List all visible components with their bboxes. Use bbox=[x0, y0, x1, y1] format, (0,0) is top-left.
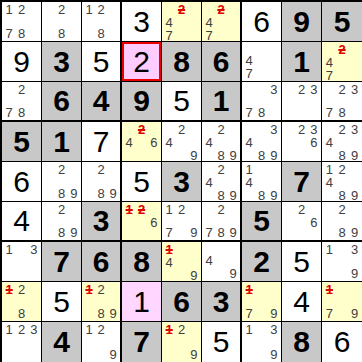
cell-r4c9[interactable]: 23489 bbox=[322, 122, 362, 162]
cell-r1c7[interactable]: 6 bbox=[242, 2, 282, 42]
candidate: 2 bbox=[95, 3, 107, 16]
pencil-marks: 129 bbox=[163, 323, 200, 361]
pencil-marks: 13 bbox=[3, 243, 40, 280]
candidate: 2 bbox=[55, 163, 67, 176]
candidate: 8 bbox=[336, 106, 349, 119]
cell-r4c7[interactable]: 3489 bbox=[242, 122, 282, 162]
solved-digit: 5 bbox=[173, 86, 190, 116]
candidate: 9 bbox=[348, 149, 361, 162]
cell-r8c6[interactable]: 3 bbox=[202, 282, 242, 322]
pencil-marks: 289 bbox=[43, 163, 80, 200]
cell-r8c5[interactable]: 6 bbox=[162, 282, 202, 322]
cell-r6c3[interactable]: 3 bbox=[82, 202, 122, 242]
pencil-marks: 49 bbox=[203, 243, 239, 280]
cell-r4c4[interactable]: 246 bbox=[122, 122, 162, 162]
cell-r5c8[interactable]: 7 bbox=[282, 162, 322, 202]
candidate: 3 bbox=[268, 83, 280, 96]
candidate: 9 bbox=[348, 267, 361, 280]
pencil-marks: 2489 bbox=[203, 123, 239, 160]
cell-r5c4[interactable]: 5 bbox=[122, 162, 162, 202]
candidate: 7 bbox=[163, 226, 175, 239]
cell-r1c9[interactable]: 5 bbox=[322, 2, 362, 42]
candidate: 4 bbox=[203, 136, 215, 149]
candidate: 9 bbox=[348, 226, 361, 239]
pencil-marks: 179 bbox=[243, 283, 280, 320]
solved-digit: 5 bbox=[53, 287, 70, 317]
cell-r7c2[interactable]: 7 bbox=[42, 242, 82, 282]
candidate: 4 bbox=[243, 136, 255, 149]
cell-r7c6[interactable]: 49 bbox=[202, 242, 242, 282]
cell-r5c9[interactable]: 12489 bbox=[322, 162, 362, 202]
candidate: 2 bbox=[55, 3, 67, 16]
candidate: 1 bbox=[3, 323, 15, 336]
candidate: 7 bbox=[203, 29, 215, 42]
cell-r7c3[interactable]: 6 bbox=[82, 242, 122, 282]
cell-r5c7[interactable]: 1489 bbox=[242, 162, 282, 202]
cell-r7c1[interactable]: 13 bbox=[2, 242, 42, 282]
given-digit: 5 bbox=[334, 7, 351, 37]
eliminated-candidate: 1 bbox=[323, 283, 336, 296]
pencil-marks: 236 bbox=[283, 123, 320, 160]
pencil-marks: 123 bbox=[3, 323, 40, 361]
cell-r2c2[interactable]: 3 bbox=[42, 42, 82, 82]
cell-r3c4[interactable]: 9 bbox=[122, 82, 162, 122]
cell-r1c4[interactable]: 3 bbox=[122, 2, 162, 42]
candidate: 4 bbox=[163, 256, 175, 269]
given-digit: 2 bbox=[253, 247, 270, 277]
candidate: 2 bbox=[15, 83, 27, 96]
given-digit: 3 bbox=[93, 206, 110, 236]
pencil-marks: 249 bbox=[163, 123, 200, 160]
cell-r8c8[interactable]: 4 bbox=[282, 282, 322, 322]
pencil-marks: 128 bbox=[3, 283, 40, 320]
eliminated-candidate: 1 bbox=[163, 323, 175, 336]
candidate: 2 bbox=[15, 323, 27, 336]
solved-digit: 6 bbox=[13, 167, 30, 197]
cell-r2c9[interactable]: 247 bbox=[322, 42, 362, 82]
candidate: 2 bbox=[295, 203, 307, 216]
cell-r4c5[interactable]: 249 bbox=[162, 122, 202, 162]
cell-r3c9[interactable]: 2378 bbox=[322, 82, 362, 122]
candidate: 4 bbox=[123, 136, 135, 149]
eliminated-candidate: 2 bbox=[336, 43, 349, 56]
given-digit: 7 bbox=[293, 167, 310, 197]
cell-r4c1[interactable]: 5 bbox=[2, 122, 42, 162]
solved-digit: 6 bbox=[253, 7, 270, 37]
candidate: 9 bbox=[188, 348, 200, 361]
cell-r9c8[interactable]: 8 bbox=[282, 322, 322, 362]
given-digit: 8 bbox=[293, 327, 310, 357]
cell-r8c7[interactable]: 179 bbox=[242, 282, 282, 322]
candidate: 2 bbox=[295, 123, 307, 136]
candidate: 1 bbox=[243, 323, 255, 336]
candidate: 1 bbox=[83, 3, 95, 16]
candidate: 7 bbox=[243, 307, 255, 320]
pencil-marks: 149 bbox=[163, 243, 200, 280]
given-digit: 6 bbox=[213, 47, 230, 77]
cell-r6c2[interactable]: 289 bbox=[42, 202, 82, 242]
cell-r4c6[interactable]: 2489 bbox=[202, 122, 242, 162]
candidate: 8 bbox=[95, 307, 107, 320]
cell-r1c1[interactable]: 1278 bbox=[2, 2, 42, 42]
solved-digit: 6 bbox=[334, 327, 351, 357]
given-digit: 4 bbox=[93, 86, 110, 116]
candidate: 9 bbox=[268, 149, 280, 162]
candidate: 7 bbox=[163, 29, 175, 42]
cell-r6c4[interactable]: 126 bbox=[122, 202, 162, 242]
candidate: 7 bbox=[243, 106, 255, 119]
cell-r9c9[interactable]: 6 bbox=[322, 322, 362, 362]
candidate: 4 bbox=[243, 176, 255, 189]
pencil-marks: 139 bbox=[243, 323, 280, 361]
cell-r5c3[interactable]: 289 bbox=[82, 162, 122, 202]
cell-r3c6[interactable]: 1 bbox=[202, 82, 242, 122]
candidate: 2 bbox=[336, 203, 349, 216]
cell-r8c2[interactable]: 5 bbox=[42, 282, 82, 322]
cell-r3c3[interactable]: 4 bbox=[82, 82, 122, 122]
candidate: 4 bbox=[203, 254, 215, 267]
candidate: 8 bbox=[255, 149, 267, 162]
candidate: 8 bbox=[55, 187, 67, 200]
candidate: 2 bbox=[336, 83, 349, 96]
candidate: 2 bbox=[215, 203, 227, 216]
candidate: 8 bbox=[15, 307, 27, 320]
candidate: 2 bbox=[215, 163, 227, 176]
cell-r2c8[interactable]: 1 bbox=[282, 42, 322, 82]
candidate: 1 bbox=[163, 203, 175, 216]
given-digit: 3 bbox=[173, 167, 190, 197]
solved-digit: 1 bbox=[133, 287, 150, 317]
cell-r7c9[interactable]: 139 bbox=[322, 242, 362, 282]
solved-digit: 5 bbox=[133, 167, 150, 197]
candidate: 9 bbox=[268, 348, 280, 361]
solved-digit: 5 bbox=[293, 247, 310, 277]
given-digit: 5 bbox=[13, 127, 30, 157]
eliminated-candidate: 1 bbox=[243, 283, 255, 296]
cell-r2c5[interactable]: 8 bbox=[162, 42, 202, 82]
cell-r8c9[interactable]: 179 bbox=[322, 282, 362, 322]
candidate: 6 bbox=[148, 216, 160, 229]
pencil-marks: 247 bbox=[163, 3, 200, 40]
candidate: 8 bbox=[95, 187, 107, 200]
cell-r8c1[interactable]: 128 bbox=[2, 282, 42, 322]
pencil-marks: 378 bbox=[243, 83, 280, 119]
given-digit: 6 bbox=[173, 287, 190, 317]
candidate: 2 bbox=[175, 123, 187, 136]
candidate: 2 bbox=[295, 83, 307, 96]
pencil-marks: 1489 bbox=[243, 163, 280, 200]
pencil-marks: 179 bbox=[323, 283, 361, 320]
eliminated-candidate: 2 bbox=[215, 3, 227, 16]
cell-r1c8[interactable]: 9 bbox=[282, 2, 322, 42]
candidate: 6 bbox=[308, 136, 320, 149]
pencil-marks: 278 bbox=[3, 83, 40, 119]
solved-digit: 5 bbox=[93, 47, 110, 77]
cell-r3c2[interactable]: 6 bbox=[42, 82, 82, 122]
given-digit: 5 bbox=[253, 206, 270, 236]
candidate: 8 bbox=[336, 226, 349, 239]
candidate: 8 bbox=[15, 106, 27, 119]
pencil-marks: 12489 bbox=[323, 163, 361, 200]
candidate: 2 bbox=[95, 283, 107, 296]
candidate: 9 bbox=[107, 307, 119, 320]
pencil-marks: 129 bbox=[83, 323, 119, 361]
given-digit: 6 bbox=[93, 247, 110, 277]
eliminated-candidate: 2 bbox=[175, 3, 187, 16]
candidate: 9 bbox=[227, 189, 239, 202]
candidate: 4 bbox=[203, 176, 215, 189]
cell-r4c3[interactable]: 7 bbox=[82, 122, 122, 162]
cell-r7c8[interactable]: 5 bbox=[282, 242, 322, 282]
solved-digit: 4 bbox=[293, 287, 310, 317]
cell-r5c6[interactable]: 2489 bbox=[202, 162, 242, 202]
cell-r9c1[interactable]: 123 bbox=[2, 322, 42, 362]
candidate: 8 bbox=[336, 189, 349, 202]
cell-r9c6[interactable]: 5 bbox=[202, 322, 242, 362]
eliminated-candidate: 2 bbox=[135, 123, 147, 136]
given-digit: 7 bbox=[133, 327, 150, 357]
cell-r3c8[interactable]: 23 bbox=[282, 82, 322, 122]
candidate: 2 bbox=[215, 123, 227, 136]
candidate: 1 bbox=[323, 243, 336, 256]
candidate: 7 bbox=[3, 27, 15, 40]
candidate: 7 bbox=[243, 67, 255, 80]
given-digit: 8 bbox=[173, 47, 190, 77]
cell-r7c7[interactable]: 2 bbox=[242, 242, 282, 282]
candidate: 6 bbox=[308, 216, 320, 229]
candidate: 7 bbox=[323, 307, 336, 320]
given-digit: 8 bbox=[133, 247, 150, 277]
solved-digit: 5 bbox=[213, 327, 230, 357]
pencil-marks: 289 bbox=[43, 203, 80, 239]
pencil-marks: 289 bbox=[83, 163, 119, 200]
candidate: 9 bbox=[268, 189, 280, 202]
pencil-marks: 3489 bbox=[243, 123, 280, 160]
candidate: 9 bbox=[227, 267, 239, 280]
given-digit: 1 bbox=[213, 86, 230, 116]
cell-r9c3[interactable]: 129 bbox=[82, 322, 122, 362]
candidate: 8 bbox=[255, 106, 267, 119]
solved-digit: 4 bbox=[13, 206, 30, 236]
candidate: 1 bbox=[83, 323, 95, 336]
candidate: 3 bbox=[268, 123, 280, 136]
candidate: 8 bbox=[215, 189, 227, 202]
cell-r7c5[interactable]: 149 bbox=[162, 242, 202, 282]
candidate: 6 bbox=[148, 136, 160, 149]
given-digit: 3 bbox=[53, 47, 70, 77]
candidate: 9 bbox=[188, 269, 200, 282]
candidate: 8 bbox=[55, 27, 67, 40]
candidate: 8 bbox=[55, 226, 67, 239]
given-digit: 7 bbox=[53, 247, 70, 277]
candidate: 3 bbox=[268, 323, 280, 336]
pencil-marks: 246 bbox=[123, 123, 160, 160]
cell-r4c8[interactable]: 236 bbox=[282, 122, 322, 162]
cell-r3c1[interactable]: 278 bbox=[2, 82, 42, 122]
pencil-marks: 2789 bbox=[203, 203, 239, 239]
given-digit: 9 bbox=[293, 7, 310, 37]
candidate: 8 bbox=[215, 226, 227, 239]
cell-r4c2[interactable]: 1 bbox=[42, 122, 82, 162]
given-digit: 1 bbox=[53, 127, 70, 157]
pencil-marks: 23 bbox=[283, 83, 320, 119]
given-digit: 1 bbox=[293, 47, 310, 77]
cell-r9c2[interactable]: 4 bbox=[42, 322, 82, 362]
candidate: 2 bbox=[336, 123, 349, 136]
cell-r9c5[interactable]: 129 bbox=[162, 322, 202, 362]
candidate: 2 bbox=[175, 203, 187, 216]
pencil-marks: 247 bbox=[203, 3, 239, 40]
solved-digit: 3 bbox=[133, 7, 150, 37]
pencil-marks: 26 bbox=[283, 203, 320, 239]
sudoku-board: 1278281283247247695935286471247278649513… bbox=[0, 0, 362, 362]
candidate: 8 bbox=[255, 189, 267, 202]
cell-r1c6[interactable]: 247 bbox=[202, 2, 242, 42]
cell-r9c4[interactable]: 7 bbox=[122, 322, 162, 362]
candidate: 9 bbox=[68, 226, 80, 239]
cell-r1c5[interactable]: 247 bbox=[162, 2, 202, 42]
candidate: 4 bbox=[163, 136, 175, 149]
cell-r3c7[interactable]: 378 bbox=[242, 82, 282, 122]
cell-r1c3[interactable]: 128 bbox=[82, 2, 122, 42]
cell-r9c7[interactable]: 139 bbox=[242, 322, 282, 362]
cell-r1c2[interactable]: 28 bbox=[42, 2, 82, 42]
candidate: 3 bbox=[348, 123, 361, 136]
candidate: 2 bbox=[95, 323, 107, 336]
candidate: 1 bbox=[3, 3, 15, 16]
pencil-marks: 139 bbox=[323, 243, 361, 280]
candidate: 3 bbox=[348, 83, 361, 96]
candidate: 3 bbox=[28, 323, 40, 336]
pencil-marks: 28 bbox=[43, 3, 80, 40]
candidate: 9 bbox=[268, 307, 280, 320]
candidate: 3 bbox=[308, 83, 320, 96]
cell-r2c7[interactable]: 47 bbox=[242, 42, 282, 82]
candidate: 8 bbox=[215, 149, 227, 162]
cell-r6c6[interactable]: 2789 bbox=[202, 202, 242, 242]
candidate: 9 bbox=[348, 189, 361, 202]
pencil-marks: 128 bbox=[83, 3, 119, 40]
cell-r2c6[interactable]: 6 bbox=[202, 42, 242, 82]
cell-r2c3[interactable]: 5 bbox=[82, 42, 122, 82]
eliminated-candidate: 1 bbox=[3, 283, 15, 296]
candidate: 9 bbox=[227, 149, 239, 162]
candidate: 8 bbox=[95, 27, 107, 40]
given-digit: 4 bbox=[53, 327, 70, 357]
candidate: 9 bbox=[348, 307, 361, 320]
candidate: 2 bbox=[15, 283, 27, 296]
pencil-marks: 289 bbox=[323, 203, 361, 239]
candidate: 9 bbox=[107, 348, 119, 361]
pencil-marks: 47 bbox=[243, 43, 280, 80]
cell-r5c5[interactable]: 3 bbox=[162, 162, 202, 202]
cell-r7c4[interactable]: 8 bbox=[122, 242, 162, 282]
candidate: 8 bbox=[15, 27, 27, 40]
candidate: 7 bbox=[323, 106, 336, 119]
candidate: 2 bbox=[15, 3, 27, 16]
candidate: 2 bbox=[336, 163, 349, 176]
solved-digit: 7 bbox=[93, 127, 110, 157]
pencil-marks: 126 bbox=[123, 203, 160, 239]
pencil-marks: 2378 bbox=[323, 83, 361, 119]
given-digit: 3 bbox=[213, 287, 230, 317]
candidate: 7 bbox=[203, 226, 215, 239]
given-digit: 6 bbox=[53, 86, 70, 116]
pencil-marks: 247 bbox=[323, 43, 361, 80]
cell-r8c3[interactable]: 1289 bbox=[82, 282, 122, 322]
candidate: 4 bbox=[323, 136, 336, 149]
given-digit: 9 bbox=[133, 86, 150, 116]
pencil-marks: 1289 bbox=[83, 283, 119, 320]
candidate: 9 bbox=[188, 149, 200, 162]
solved-digit: 9 bbox=[13, 47, 30, 77]
candidate: 4 bbox=[323, 176, 336, 189]
candidate: 2 bbox=[55, 203, 67, 216]
cell-r6c1[interactable]: 4 bbox=[2, 202, 42, 242]
cell-r6c5[interactable]: 1279 bbox=[162, 202, 202, 242]
pencil-marks: 2489 bbox=[203, 163, 239, 200]
candidate: 9 bbox=[227, 226, 239, 239]
pencil-marks: 23489 bbox=[323, 123, 361, 160]
eliminated-candidate: 2 bbox=[135, 203, 147, 216]
pencil-marks: 1279 bbox=[163, 203, 200, 239]
cell-r6c9[interactable]: 289 bbox=[322, 202, 362, 242]
cell-r2c4[interactable]: 2 bbox=[122, 42, 162, 82]
eliminated-candidate: 1 bbox=[83, 283, 95, 296]
candidate: 1 bbox=[3, 243, 15, 256]
candidate: 8 bbox=[336, 149, 349, 162]
eliminated-candidate: 1 bbox=[123, 203, 135, 216]
solved-digit: 2 bbox=[133, 47, 150, 77]
candidate: 2 bbox=[175, 323, 187, 336]
candidate: 3 bbox=[28, 243, 40, 256]
candidate: 7 bbox=[323, 69, 336, 82]
cell-r3c5[interactable]: 5 bbox=[162, 82, 202, 122]
candidate: 9 bbox=[68, 187, 80, 200]
cell-r6c7[interactable]: 5 bbox=[242, 202, 282, 242]
candidate: 9 bbox=[188, 226, 200, 239]
cell-r5c2[interactable]: 289 bbox=[42, 162, 82, 202]
pencil-marks: 1278 bbox=[3, 3, 40, 40]
cell-r8c4[interactable]: 1 bbox=[122, 282, 162, 322]
candidate: 9 bbox=[107, 187, 119, 200]
candidate: 2 bbox=[95, 163, 107, 176]
cell-r5c1[interactable]: 6 bbox=[2, 162, 42, 202]
cell-r6c8[interactable]: 26 bbox=[282, 202, 322, 242]
candidate: 3 bbox=[348, 243, 361, 256]
candidate: 7 bbox=[3, 106, 15, 119]
cell-r2c1[interactable]: 9 bbox=[2, 42, 42, 82]
